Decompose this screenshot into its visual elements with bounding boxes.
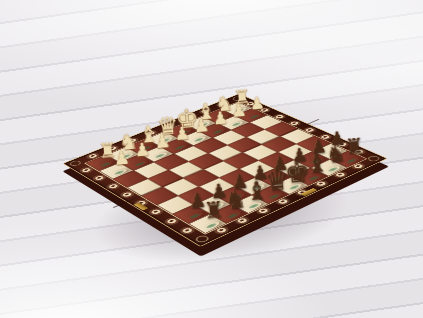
black-rook[interactable]: ♜ (195, 189, 231, 229)
corner-ring-motif (193, 234, 210, 243)
border-medallion (163, 217, 178, 225)
border-medallion (92, 175, 106, 182)
border-medallion (106, 183, 120, 190)
border-medallion (179, 226, 194, 234)
border-medallion (119, 191, 133, 198)
border-medallion (148, 208, 163, 216)
border-medallion (313, 180, 328, 187)
white-pawn[interactable]: ♟ (104, 139, 137, 176)
scene: ♜♞♝♛♚♝♞♜♟♟♟♟♟♟♟♟♟♟♟♟♟♟♟♟♜♞♝♛♚♝♞♜ (0, 0, 423, 318)
border-medallion (79, 167, 93, 174)
